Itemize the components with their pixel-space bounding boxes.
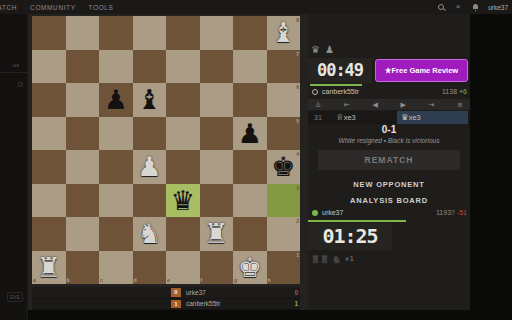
square-b2[interactable]	[66, 217, 100, 251]
square-b3[interactable]	[66, 184, 100, 218]
skip-end-icon[interactable]: ⇥	[429, 101, 435, 109]
bottom-player-online-icon	[312, 210, 318, 216]
bottom-player-rating-delta: -51	[457, 209, 467, 216]
square-e6[interactable]	[166, 83, 200, 117]
rank-label-8: 8	[296, 17, 299, 23]
score-badge: 1	[171, 300, 181, 309]
left-rail: us EVE	[0, 14, 28, 320]
square-h5[interactable]: 5	[267, 117, 301, 151]
options-pawn-icon[interactable]: ♙	[315, 101, 321, 109]
square-f3[interactable]	[200, 184, 234, 218]
score-row-urke37[interactable]: 0urke370	[32, 287, 300, 298]
bottom-player-rating-value: 1193?	[436, 209, 455, 216]
game-window: 8♝7♟♝6♟5♟4♚♛3♞♜2a♜bcdefg♚1h 0urke3701can…	[28, 14, 470, 310]
square-f5[interactable]	[200, 117, 234, 151]
navbar-menu: WATCHCOMMUNITYTOOLS	[0, 0, 114, 14]
move-number: 31	[314, 114, 322, 121]
move-list-row: 31 ♕xe3 ♛xe3	[308, 111, 470, 124]
score-player-name: canberk55tr	[186, 300, 220, 307]
navbar-right: × urke37	[437, 0, 508, 14]
black-move-cell-selected[interactable]: ♛xe3	[397, 111, 468, 124]
search-icon[interactable]	[437, 3, 445, 11]
square-c7[interactable]	[99, 50, 133, 84]
square-c5[interactable]	[99, 117, 133, 151]
piece-black-q-e3[interactable]: ♛	[166, 184, 200, 218]
nav-item-community[interactable]: COMMUNITY	[30, 4, 75, 11]
square-d8[interactable]	[133, 16, 167, 50]
rank-label-4: 4	[296, 151, 299, 157]
bottom-rating-progress-line	[308, 220, 406, 222]
square-a7[interactable]	[32, 50, 66, 84]
square-h6[interactable]: 6	[267, 83, 301, 117]
square-e2[interactable]	[166, 217, 200, 251]
square-e4[interactable]	[166, 150, 200, 184]
left-rail-icon[interactable]	[18, 82, 23, 87]
square-c2[interactable]	[99, 217, 133, 251]
piece-white-r-f2[interactable]: ♜	[200, 217, 234, 251]
file-label-c: c	[100, 277, 103, 283]
square-a1[interactable]: a♜	[32, 251, 66, 285]
captured-pieces-top: ♛ ♟	[311, 44, 335, 55]
piece-white-k-g1[interactable]: ♚	[233, 251, 267, 285]
square-b8[interactable]	[66, 16, 100, 50]
square-h2[interactable]: 2	[267, 217, 301, 251]
square-h3[interactable]: 3	[267, 184, 301, 218]
piece-white-b-h8[interactable]: ♝	[267, 16, 301, 50]
score-delta: 0	[294, 289, 298, 296]
square-b7[interactable]	[66, 50, 100, 84]
piece-white-p-d4[interactable]: ♟	[133, 150, 167, 184]
square-f7[interactable]	[200, 50, 234, 84]
square-g5[interactable]: ♟	[233, 117, 267, 151]
material-advantage: +1	[344, 255, 354, 263]
file-label-e: e	[167, 277, 170, 283]
rank-label-7: 7	[296, 51, 299, 57]
file-label-h: h	[268, 277, 271, 283]
square-g7[interactable]	[233, 50, 267, 84]
square-g3[interactable]	[233, 184, 267, 218]
left-rail-divider	[0, 72, 28, 73]
square-f8[interactable]	[200, 16, 234, 50]
top-player-rating-value: 1138	[442, 88, 457, 95]
white-move-text: xe3	[344, 113, 356, 122]
square-d4[interactable]: ♟	[133, 150, 167, 184]
square-b4[interactable]	[66, 150, 100, 184]
nav-item-tools[interactable]: TOOLS	[89, 4, 114, 11]
analysis-board-button[interactable]: ANALYSIS BOARD	[308, 196, 470, 205]
square-e5[interactable]	[166, 117, 200, 151]
square-h7[interactable]: 7	[267, 50, 301, 84]
square-d5[interactable]	[133, 117, 167, 151]
file-label-g: g	[234, 277, 237, 283]
move-navigation-bar: ♙⇤◀▶⇥≡	[308, 99, 470, 110]
square-a2[interactable]	[32, 217, 66, 251]
file-label-b: b	[67, 277, 70, 283]
piece-black-p-g5[interactable]: ♟	[233, 117, 267, 151]
square-h4[interactable]: 4♚	[267, 150, 301, 184]
square-g2[interactable]	[233, 217, 267, 251]
square-h8[interactable]: 8♝	[267, 16, 301, 50]
square-c3[interactable]	[99, 184, 133, 218]
black-move-figurine: ♛	[401, 112, 409, 122]
top-rating-progress-line	[310, 84, 362, 86]
square-a6[interactable]	[32, 83, 66, 117]
score-player-name: urke37	[186, 289, 206, 296]
rank-label-2: 2	[296, 218, 299, 224]
bottom-player-name[interactable]: urke37	[322, 209, 343, 216]
square-e1[interactable]: e	[166, 251, 200, 285]
top-player-rating: 1138 +6	[442, 88, 467, 95]
square-b6[interactable]	[66, 83, 100, 117]
navbar-username[interactable]: urke37	[488, 4, 508, 11]
square-g6[interactable]	[233, 83, 267, 117]
left-rail-text-fragment: us	[13, 62, 19, 68]
skip-start-icon[interactable]: ⇤	[344, 101, 350, 109]
square-c4[interactable]	[99, 150, 133, 184]
forward-icon[interactable]: ▶	[401, 101, 406, 109]
square-g1[interactable]: g♚	[233, 251, 267, 285]
app-root: WATCHCOMMUNITYTOOLS × urke37 us EVE 8♝7♟…	[0, 0, 512, 320]
square-b1[interactable]: b	[66, 251, 100, 285]
square-d3[interactable]	[133, 184, 167, 218]
square-e7[interactable]	[166, 50, 200, 84]
square-b5[interactable]	[66, 117, 100, 151]
square-d2[interactable]: ♞	[133, 217, 167, 251]
new-opponent-button[interactable]: NEW OPPONENT	[308, 180, 470, 189]
menu-icon[interactable]: ≡	[457, 101, 463, 109]
square-g8[interactable]	[233, 16, 267, 50]
piece-white-n-d2[interactable]: ♞	[133, 217, 167, 251]
game-sidebar: ♛ ♟ 00:49 ★Free Game Review canberk55tr …	[308, 14, 470, 310]
square-a5[interactable]	[32, 117, 66, 151]
square-c6[interactable]: ♟	[99, 83, 133, 117]
square-c8[interactable]	[99, 16, 133, 50]
top-player-name[interactable]: canberk55tr	[322, 88, 359, 95]
square-d7[interactable]	[133, 50, 167, 84]
top-player-color-icon	[312, 89, 318, 95]
square-e3[interactable]: ♛	[166, 184, 200, 218]
rank-label-5: 5	[296, 118, 299, 124]
file-label-d: d	[134, 277, 137, 283]
score-delta: 1	[294, 300, 298, 307]
bottom-player-clock: 01:25	[308, 223, 392, 250]
nav-item-watch[interactable]: WATCH	[0, 4, 17, 11]
back-icon[interactable]: ◀	[372, 101, 377, 109]
chess-board[interactable]: 8♝7♟♝6♟5♟4♚♛3♞♜2a♜bcdefg♚1h	[32, 16, 300, 284]
match-score-area: 0urke3701canberk55tr1	[32, 287, 300, 310]
rematch-button[interactable]: REMATCH	[318, 150, 460, 170]
file-label-f: f	[201, 277, 203, 283]
captured-pieces-bottom: ♜♜ ♞ +1	[311, 254, 354, 265]
square-a4[interactable]	[32, 150, 66, 184]
square-f4[interactable]	[200, 150, 234, 184]
square-c1[interactable]: c	[99, 251, 133, 285]
score-row-canberk55tr[interactable]: 1canberk55tr1	[32, 299, 300, 310]
rank-label-1: 1	[296, 252, 299, 258]
square-d6[interactable]: ♝	[133, 83, 167, 117]
square-a8[interactable]	[32, 16, 66, 50]
score-badge: 0	[171, 288, 181, 297]
top-player-rating-delta: +6	[459, 88, 467, 95]
bottom-player-rating: 1193? -51	[436, 209, 467, 216]
black-move-text: xe3	[409, 113, 421, 122]
free-game-review-button[interactable]: ★Free Game Review	[375, 59, 468, 82]
top-navbar: WATCHCOMMUNITYTOOLS × urke37	[0, 0, 512, 14]
top-player-row: canberk55tr 1138 +6	[308, 87, 470, 98]
game-result-text: White resigned • Black is victorious	[308, 137, 470, 144]
file-label-a: a	[33, 277, 36, 283]
piece-black-b-d6[interactable]: ♝	[133, 83, 167, 117]
piece-black-p-c6[interactable]: ♟	[99, 83, 133, 117]
square-h1[interactable]: 1h	[267, 251, 301, 285]
top-player-clock: 00:49	[308, 58, 372, 83]
piece-white-r-a1[interactable]: ♜	[32, 251, 66, 285]
square-f2[interactable]: ♜	[200, 217, 234, 251]
rank-label-6: 6	[296, 84, 299, 90]
square-e8[interactable]	[166, 16, 200, 50]
square-f6[interactable]	[200, 83, 234, 117]
captured-glyphs: ♜♜ ♞	[311, 254, 341, 265]
white-move-figurine: ♕	[336, 112, 344, 122]
square-g4[interactable]	[233, 150, 267, 184]
bell-icon[interactable]	[471, 3, 479, 11]
square-d1[interactable]: d	[133, 251, 167, 285]
piece-black-k-h4[interactable]: ♚	[267, 150, 301, 184]
rank-label-3: 3	[296, 185, 299, 191]
bottom-player-row: urke37 1193? -51	[308, 208, 470, 219]
square-f1[interactable]: f	[200, 251, 234, 285]
square-a3[interactable]	[32, 184, 66, 218]
close-icon[interactable]: ×	[454, 3, 462, 11]
game-result: 0-1	[308, 124, 470, 135]
white-move-cell[interactable]: ♕xe3	[332, 111, 394, 124]
left-rail-bottom-button[interactable]: EVE	[7, 292, 23, 302]
